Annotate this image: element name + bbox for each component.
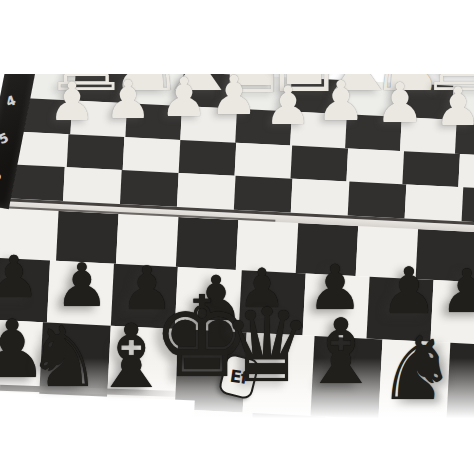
board-square — [182, 72, 238, 109]
board-square — [179, 140, 237, 176]
board-square — [296, 223, 358, 276]
board-square — [176, 217, 238, 270]
board-square — [366, 277, 433, 342]
rank-label-6: 6 — [0, 167, 3, 184]
board-square — [0, 208, 59, 261]
board-square — [455, 120, 474, 157]
board-square — [120, 170, 179, 207]
board-square — [356, 226, 418, 279]
board-square — [239, 270, 306, 335]
board-square — [234, 176, 293, 213]
board-square — [236, 220, 298, 273]
board-square — [111, 264, 178, 329]
board-square — [405, 184, 464, 221]
board-square — [345, 114, 402, 151]
board-square — [400, 117, 457, 154]
board-square — [303, 273, 370, 338]
board-square — [63, 167, 122, 204]
board-square — [175, 267, 242, 332]
board-square — [0, 257, 50, 322]
board-square — [177, 173, 236, 210]
board-square — [344, 80, 400, 117]
board-square — [56, 211, 118, 264]
board-square — [128, 69, 184, 106]
board-square — [47, 260, 114, 325]
board-square — [398, 83, 454, 120]
board-square — [235, 143, 293, 179]
chess-set-photo: 456 Ef ♜♞♝♛♚♝♞♜♟♟♟♟♟♟♟♟♟♟♟♟♟♟♟♟♟♞♝♚♛♝♞ — [0, 0, 474, 474]
board-square — [290, 77, 346, 114]
board-square — [116, 214, 178, 267]
board-square — [236, 75, 292, 112]
board-square — [125, 103, 182, 140]
board-square — [458, 154, 474, 190]
board-square — [290, 146, 348, 182]
rank-label-5: 5 — [0, 130, 11, 147]
board-square — [70, 100, 127, 137]
board-square — [416, 229, 474, 282]
board-square — [291, 179, 350, 216]
board-square — [67, 134, 125, 170]
board-square — [348, 182, 407, 219]
brand-logo-text: Ef — [229, 365, 249, 387]
board-square — [430, 280, 474, 345]
board-square — [346, 148, 404, 184]
rank-label-4: 4 — [4, 92, 18, 109]
board-square — [290, 112, 347, 149]
board-square — [402, 151, 460, 187]
board-square — [235, 109, 292, 146]
board-square — [462, 187, 474, 224]
white-background-band — [0, 0, 474, 74]
board-square — [452, 86, 474, 123]
board-square — [123, 137, 181, 173]
board-square — [180, 106, 237, 143]
